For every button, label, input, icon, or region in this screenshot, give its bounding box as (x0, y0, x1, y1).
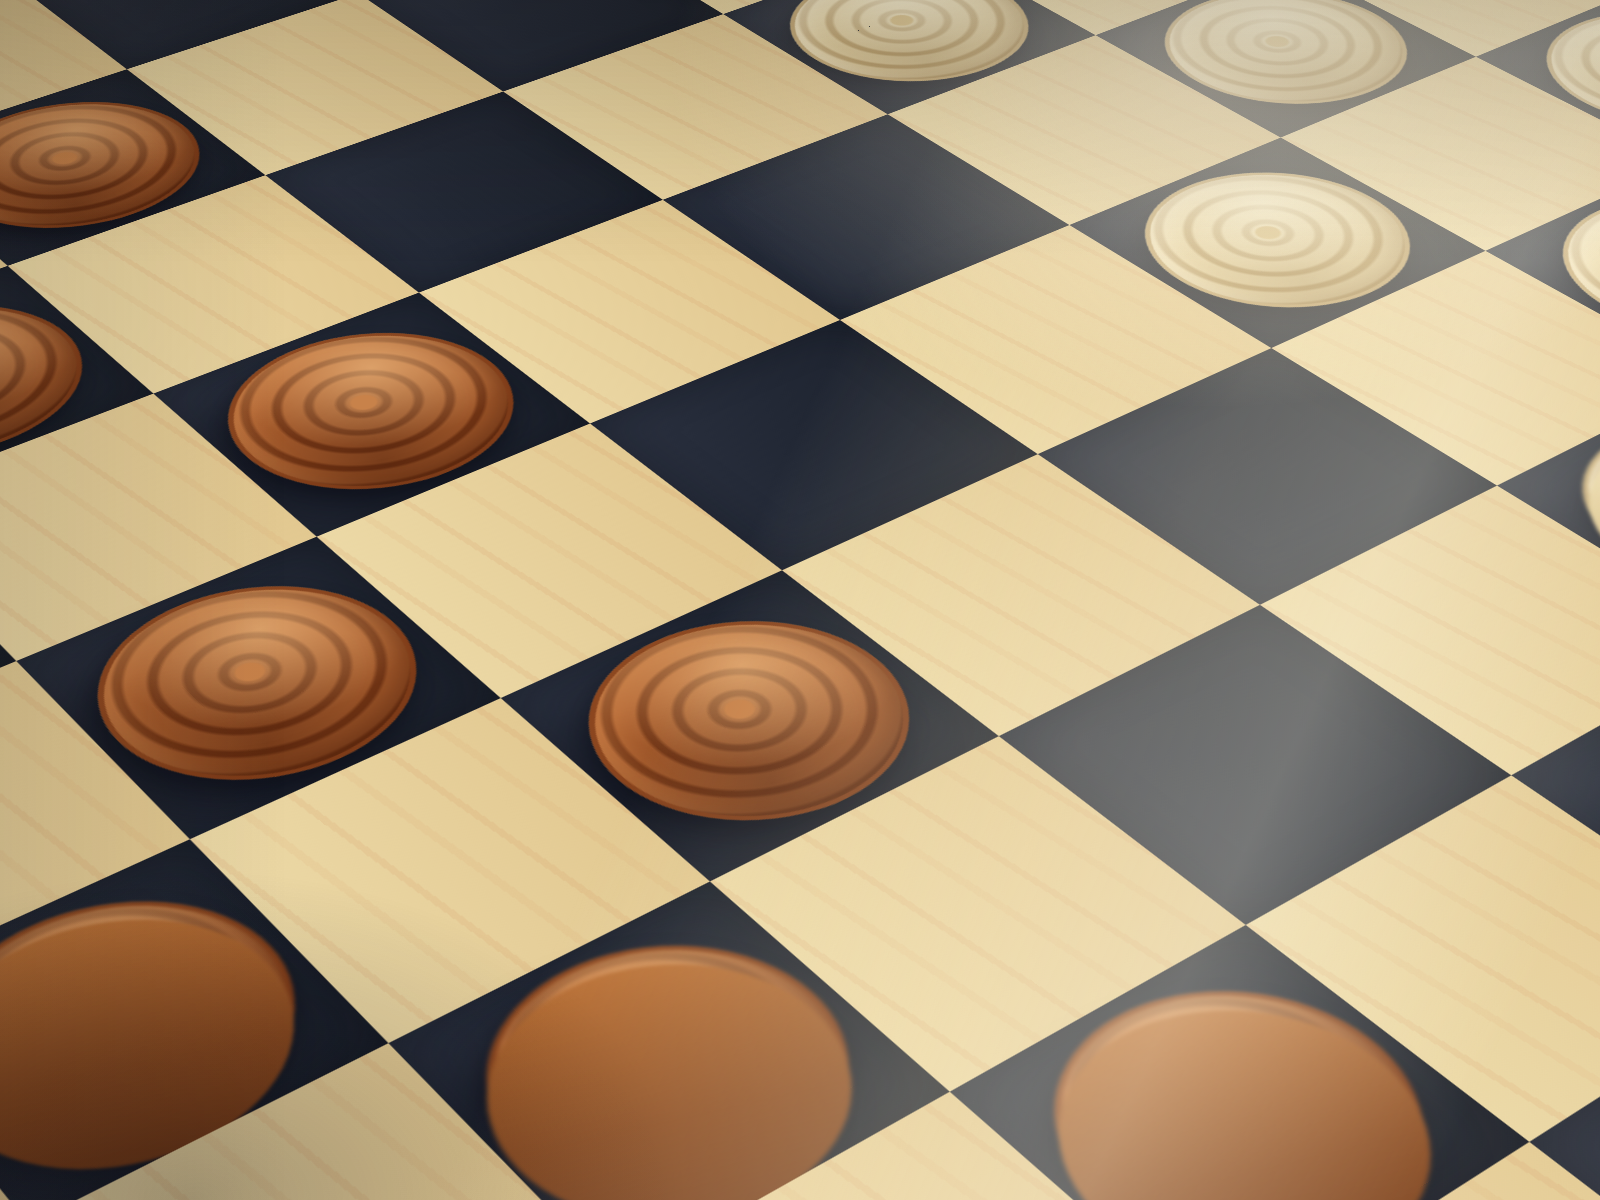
checkers-board[interactable] (0, 0, 1600, 1200)
checkers-photo (0, 0, 1600, 1200)
